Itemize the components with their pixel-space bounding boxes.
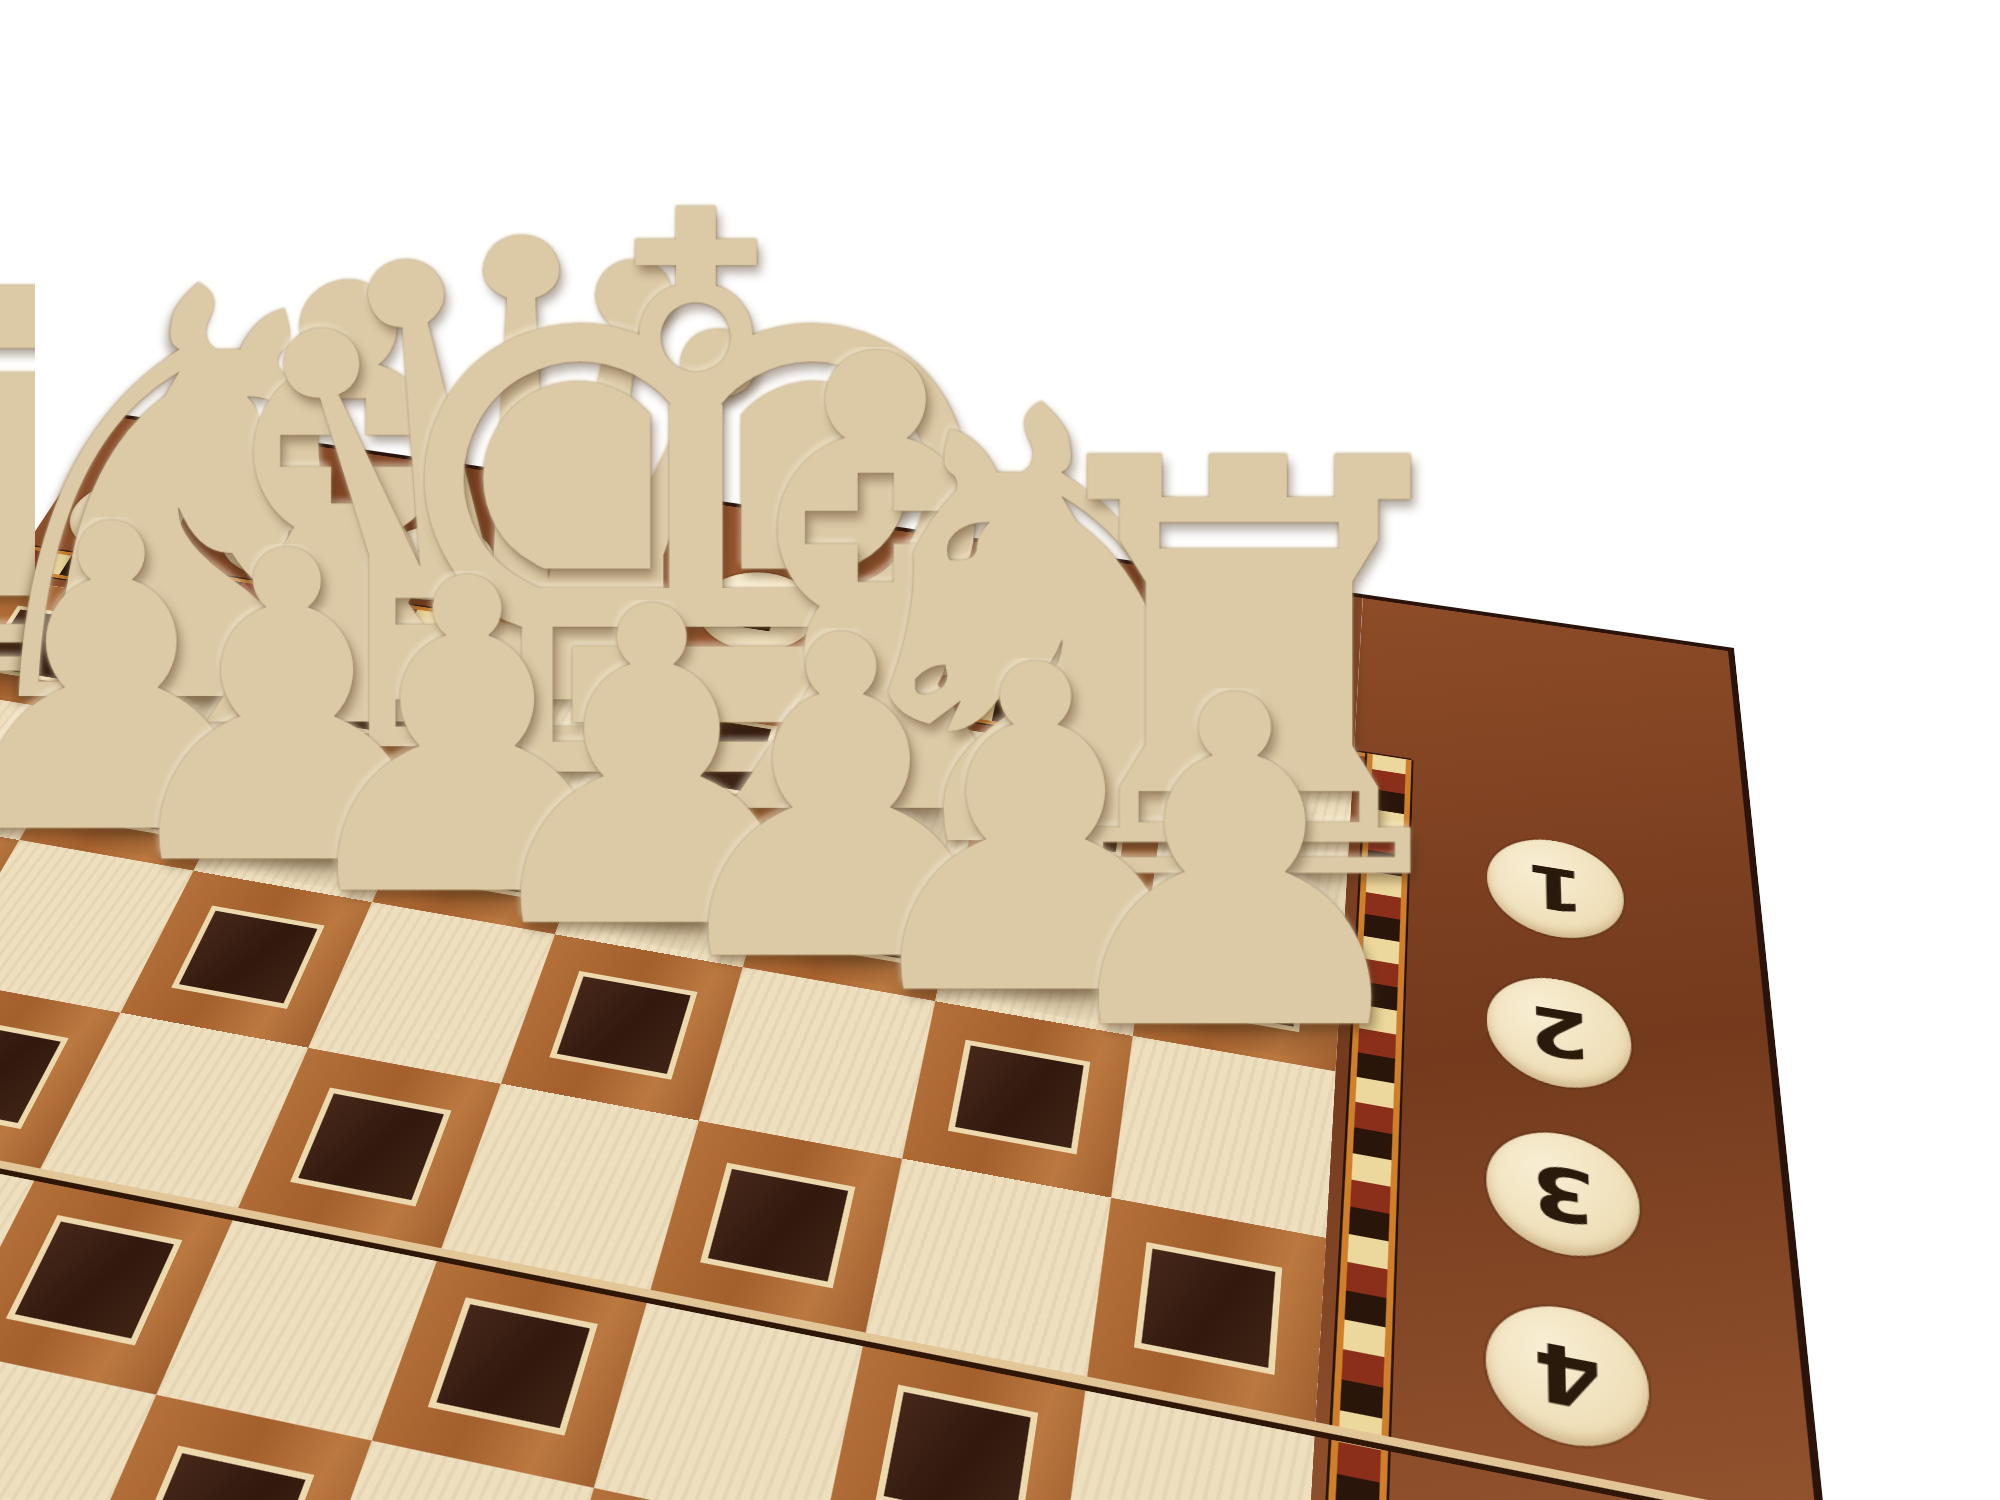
- rank-label: 4: [1532, 1321, 1603, 1430]
- playing-field: ♜♞♝♛♚♝♞♜♟♟♟♟♟♟♟♟: [0, 413, 1947, 1500]
- rank-label: 1: [1526, 850, 1585, 927]
- board-perspective-wrapper: ♜♞♝♛♚♝♞♜♟♟♟♟♟♟♟♟ ABCDEFGH12345678: [30, 0, 1890, 1385]
- piece-white-pawn: ♟: [1031, 688, 1439, 1043]
- chess-board: ♜♞♝♛♚♝♞♜♟♟♟♟♟♟♟♟ ABCDEFGH12345678: [0, 413, 1947, 1500]
- photo-background: ♜♞♝♛♚♝♞♜♟♟♟♟♟♟♟♟ ABCDEFGH12345678: [0, 0, 2000, 1500]
- rank-label: 3: [1530, 1145, 1596, 1242]
- rank-label: 2: [1528, 989, 1591, 1075]
